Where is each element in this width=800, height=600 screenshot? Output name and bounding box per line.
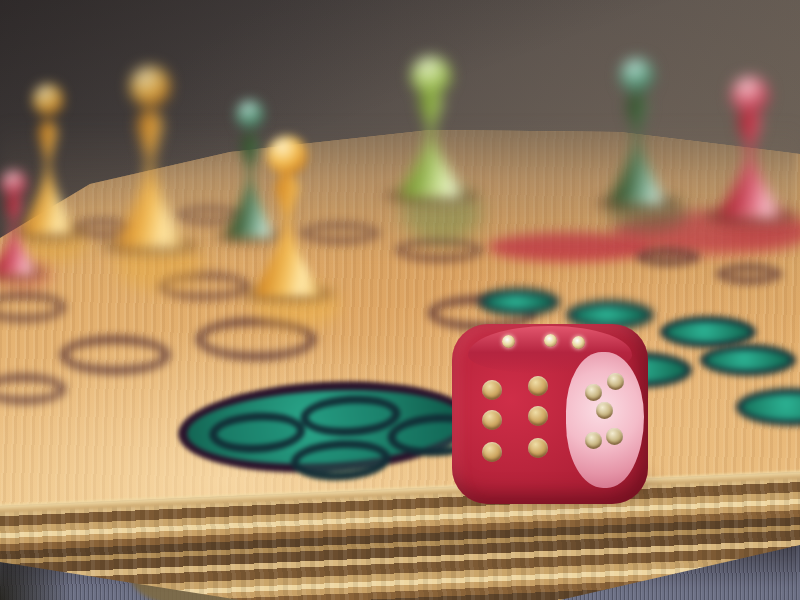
- pawn-body: [710, 110, 790, 218]
- die-pip-right: [606, 428, 623, 445]
- pawn-red[interactable]: [0, 170, 42, 275]
- pawn-body: [601, 93, 673, 205]
- die-pip-front: [482, 442, 502, 462]
- pawn-yellow[interactable]: [246, 136, 328, 296]
- ludo-board-photo: [0, 0, 800, 600]
- die-pip-right: [585, 432, 602, 449]
- pawn-head: [620, 58, 655, 93]
- pawn-yellow[interactable]: [108, 66, 192, 248]
- pawn-red[interactable]: [710, 76, 790, 218]
- die[interactable]: [452, 324, 648, 504]
- die-pip-front: [528, 376, 548, 396]
- pawn-body: [108, 110, 192, 248]
- pawn-head: [411, 56, 450, 95]
- die-pip-front: [528, 406, 548, 426]
- pawn-body: [390, 90, 472, 198]
- die-pip-right: [585, 384, 602, 401]
- pawn-head: [267, 136, 306, 175]
- pawn-body: [0, 195, 42, 275]
- pawn-body: [246, 174, 328, 296]
- die-pip-top: [572, 336, 585, 349]
- pawn-head: [731, 76, 769, 114]
- die-pip-right: [596, 402, 613, 419]
- die-pip-right: [607, 373, 624, 390]
- die-pip-front: [482, 410, 502, 430]
- pawns-layer: [0, 0, 800, 600]
- pawn-head: [130, 66, 170, 106]
- die-pip-top: [502, 335, 515, 348]
- die-pip-top: [544, 334, 557, 347]
- pawn-head: [33, 84, 64, 115]
- die-right-face: [566, 352, 644, 488]
- pawn-head: [1, 170, 28, 197]
- pawn-green-light[interactable]: [390, 56, 472, 198]
- die-pip-front: [482, 380, 502, 400]
- pawn-green-dark[interactable]: [601, 58, 673, 205]
- die-pip-front: [528, 438, 548, 458]
- pawn-head: [236, 100, 265, 129]
